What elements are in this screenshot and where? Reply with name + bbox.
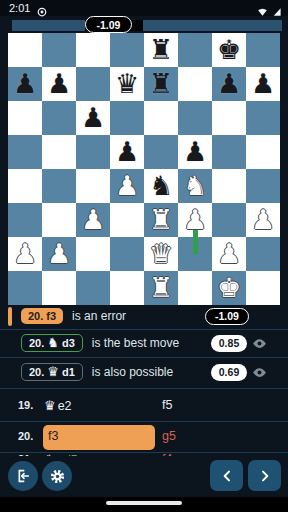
move-list-row-20[interactable]: 20. f3 g5 (0, 422, 288, 452)
white-pawn-f3[interactable]: ♟ (178, 203, 212, 237)
square-e5[interactable] (144, 135, 178, 169)
square-c5[interactable] (76, 135, 110, 169)
black-rook-e8[interactable]: ♜ (144, 33, 178, 67)
square-a3[interactable] (8, 203, 42, 237)
square-f4[interactable]: ♞ (178, 169, 212, 203)
black-pawn-c6[interactable]: ♟ (76, 101, 110, 135)
square-h4[interactable] (246, 169, 280, 203)
black-pawn-f5[interactable]: ♟ (178, 135, 212, 169)
square-c2[interactable] (76, 237, 110, 271)
square-a5[interactable] (8, 135, 42, 169)
white-pawn-c3[interactable]: ♟ (76, 203, 110, 237)
square-d4[interactable]: ♟ (110, 169, 144, 203)
move-text: d3 (62, 337, 75, 349)
queen-figurine-icon: ♛ (44, 398, 56, 413)
verdict-text: is an error (72, 309, 126, 323)
square-a1[interactable] (8, 271, 42, 305)
white-rook-e1[interactable]: ♜ (144, 271, 178, 305)
chess-board[interactable]: ♜♚♟♟♛♜♟♟♟♟♟♟♞♞♟♜♟♟♟♟♛♟♜♚ (8, 33, 280, 305)
square-h3[interactable]: ♟ (246, 203, 280, 237)
analysis-row-possible: 20. ♛ d1 is also possible 0.69 (0, 359, 288, 385)
move-text: f3 (46, 310, 56, 322)
square-g4[interactable] (212, 169, 246, 203)
move-text: d1 (62, 366, 75, 378)
clock-text: 2:01 (9, 2, 30, 14)
move-number: 20. (28, 310, 43, 322)
chevron-right-icon (257, 468, 273, 484)
square-a2[interactable]: ♟ (8, 237, 42, 271)
next-move-button[interactable] (248, 460, 281, 491)
square-d5[interactable]: ♟ (110, 135, 144, 169)
cell-signal-icon (271, 3, 282, 21)
square-h7[interactable]: ♟ (246, 67, 280, 101)
white-rook-e3[interactable]: ♜ (144, 203, 178, 237)
analysis-row-error: 20. f3 is an error -1.09 (0, 303, 288, 329)
eval-badge-nd3: 0.85 (211, 335, 247, 352)
square-d2[interactable] (110, 237, 144, 271)
exit-icon (15, 468, 31, 484)
screen-record-icon (37, 3, 47, 21)
bottom-toolbar (0, 456, 288, 497)
square-e4[interactable]: ♞ (144, 169, 178, 203)
square-b4[interactable] (42, 169, 76, 203)
square-a6[interactable] (8, 101, 42, 135)
square-d3[interactable] (110, 203, 144, 237)
square-f3[interactable]: ♟ (178, 203, 212, 237)
black-move[interactable]: f5 (162, 398, 172, 412)
evaluation-bar: -1.09 (12, 20, 282, 31)
settings-button[interactable] (42, 461, 72, 491)
previous-move-button[interactable] (210, 460, 243, 491)
square-a8[interactable] (8, 33, 42, 67)
square-e8[interactable]: ♜ (144, 33, 178, 67)
move-number: 20. (29, 337, 44, 349)
square-b5[interactable] (42, 135, 76, 169)
white-knight-f4[interactable]: ♞ (178, 169, 212, 203)
black-king-g8[interactable]: ♚ (212, 33, 246, 67)
square-f8[interactable] (178, 33, 212, 67)
square-h8[interactable] (246, 33, 280, 67)
square-a7[interactable]: ♟ (8, 67, 42, 101)
preview-eye-icon[interactable] (252, 336, 267, 351)
preview-eye-icon[interactable] (252, 365, 267, 380)
move-list-row-19[interactable]: 19. ♛ e2 f5 (0, 391, 288, 421)
square-g1[interactable]: ♚ (212, 271, 246, 305)
knight-figurine-icon: ♞ (47, 337, 59, 349)
square-b7[interactable]: ♟ (42, 67, 76, 101)
square-b8[interactable] (42, 33, 76, 67)
white-move-selected[interactable]: f3 (48, 429, 58, 443)
gear-icon (49, 468, 66, 485)
white-pawn-h3[interactable]: ♟ (246, 203, 280, 237)
move-chip-nd3[interactable]: 20. ♞ d3 (21, 334, 83, 352)
gesture-nav-area (0, 497, 288, 512)
error-accent-bar (8, 307, 12, 326)
square-f1[interactable] (178, 271, 212, 305)
square-f6[interactable] (178, 101, 212, 135)
verdict-text: is the best move (92, 336, 179, 350)
square-c1[interactable] (76, 271, 110, 305)
black-knight-e4[interactable]: ♞ (144, 169, 178, 203)
white-move[interactable]: e2 (58, 399, 72, 413)
eval-badge-f3: -1.09 (205, 308, 249, 325)
home-indicator[interactable] (106, 501, 182, 505)
square-h5[interactable] (246, 135, 280, 169)
white-pawn-b2[interactable]: ♟ (42, 237, 76, 271)
square-h1[interactable] (246, 271, 280, 305)
verdict-text: is also possible (92, 365, 173, 379)
square-c7[interactable] (76, 67, 110, 101)
square-b1[interactable] (42, 271, 76, 305)
selected-move-highlight[interactable] (43, 425, 155, 450)
square-g2[interactable]: ♟ (212, 237, 246, 271)
square-b3[interactable] (42, 203, 76, 237)
square-e2[interactable]: ♛ (144, 237, 178, 271)
square-h2[interactable] (246, 237, 280, 271)
white-king-g1[interactable]: ♚ (212, 271, 246, 305)
square-d8[interactable] (110, 33, 144, 67)
square-f5[interactable]: ♟ (178, 135, 212, 169)
square-b2[interactable]: ♟ (42, 237, 76, 271)
move-number: 20. (18, 430, 33, 442)
square-g8[interactable]: ♚ (212, 33, 246, 67)
divider (0, 357, 288, 358)
black-move-error[interactable]: g5 (162, 429, 176, 443)
move-number: 20. (29, 366, 44, 378)
square-g5[interactable] (212, 135, 246, 169)
chevron-left-icon (219, 468, 235, 484)
square-e7[interactable]: ♜ (144, 67, 178, 101)
square-e6[interactable] (144, 101, 178, 135)
black-queen-d7[interactable]: ♛ (110, 67, 144, 101)
queen-figurine-icon: ♛ (47, 366, 59, 378)
wifi-icon (257, 3, 268, 21)
black-pawn-g7[interactable]: ♟ (212, 67, 246, 101)
analysis-row-best: 20. ♞ d3 is the best move 0.85 (0, 330, 288, 356)
black-pawn-h7[interactable]: ♟ (246, 67, 280, 101)
evaluation-score-badge: -1.09 (85, 16, 132, 33)
square-b6[interactable] (42, 101, 76, 135)
move-chip-f3[interactable]: 20. f3 (21, 308, 63, 324)
exit-analysis-button[interactable] (8, 461, 38, 491)
status-bar: 2:01 (0, 0, 288, 16)
square-f7[interactable] (178, 67, 212, 101)
black-rook-e7[interactable]: ♜ (144, 67, 178, 101)
square-d6[interactable] (110, 101, 144, 135)
white-pawn-a2[interactable]: ♟ (8, 237, 42, 271)
move-chip-qd1[interactable]: 20. ♛ d1 (21, 363, 83, 381)
square-h6[interactable] (246, 101, 280, 135)
white-queen-e2[interactable]: ♛ (144, 237, 178, 271)
square-g3[interactable] (212, 203, 246, 237)
square-a4[interactable] (8, 169, 42, 203)
square-d1[interactable] (110, 271, 144, 305)
eval-badge-qd1: 0.69 (211, 364, 247, 381)
move-number: 19. (18, 399, 33, 411)
black-pawn-b7[interactable]: ♟ (42, 67, 76, 101)
square-c6[interactable]: ♟ (76, 101, 110, 135)
black-pawn-d5[interactable]: ♟ (110, 135, 144, 169)
square-d7[interactable]: ♛ (110, 67, 144, 101)
square-g7[interactable]: ♟ (212, 67, 246, 101)
square-c3[interactable]: ♟ (76, 203, 110, 237)
white-pawn-d4[interactable]: ♟ (110, 169, 144, 203)
divider (0, 388, 288, 389)
square-e3[interactable]: ♜ (144, 203, 178, 237)
black-pawn-a7[interactable]: ♟ (8, 67, 42, 101)
square-c8[interactable] (76, 33, 110, 67)
square-c4[interactable] (76, 169, 110, 203)
square-e1[interactable]: ♜ (144, 271, 178, 305)
white-pawn-g2[interactable]: ♟ (212, 237, 246, 271)
square-g6[interactable] (212, 101, 246, 135)
chess-analysis-app: 2:01 -1.09 ♜♚♟♟♛♜♟♟♟♟♟♟♞♞♟♜♟♟♟♟♛♟♜♚ 20. … (0, 0, 288, 512)
